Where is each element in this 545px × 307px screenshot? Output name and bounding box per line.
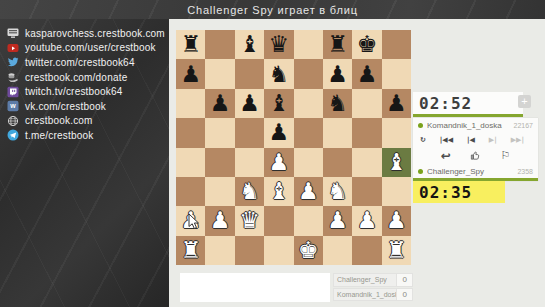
square-d2[interactable] xyxy=(264,206,293,235)
square-d5[interactable]: ♟ xyxy=(264,118,293,147)
twitch-icon xyxy=(7,86,19,98)
piece-black-king: ♚ xyxy=(357,33,378,56)
player-bottom-rating: 2358 xyxy=(517,168,533,175)
square-a1[interactable]: ♜ xyxy=(176,236,205,265)
piece-white-pawn: ♟ xyxy=(386,209,407,232)
thumbs-up-icon[interactable] xyxy=(470,146,481,165)
piece-black-pawn: ♟ xyxy=(239,92,260,115)
square-d4[interactable]: ♟ xyxy=(264,148,293,177)
square-g6[interactable] xyxy=(352,89,381,118)
clock-top-time: 02:52 xyxy=(419,94,472,113)
stream-title: Challenger Spy играет в блиц xyxy=(187,4,357,16)
telegram-icon xyxy=(7,129,19,141)
online-dot-icon xyxy=(418,123,423,128)
square-d8[interactable]: ♛ xyxy=(264,30,293,59)
sidebar-link[interactable]: twitter.com/crestbook64 xyxy=(7,55,169,70)
square-e3[interactable]: ♟ xyxy=(294,177,323,206)
sidebar-link-label: twitter.com/crestbook64 xyxy=(25,57,135,68)
square-e8[interactable] xyxy=(294,30,323,59)
player-top-name: Komandnik_1_doska xyxy=(427,121,514,130)
square-b4[interactable] xyxy=(205,148,234,177)
player-row-top: Komandnik_1_doska 22167 xyxy=(413,120,538,131)
square-b1[interactable] xyxy=(205,236,234,265)
social-links-list: kasparovchess.crestbook.comyoutube.com/u… xyxy=(0,19,169,143)
square-g5[interactable] xyxy=(352,118,381,147)
square-d6[interactable]: ♝ xyxy=(264,89,293,118)
sidebar-link-label: t.me/crestbook xyxy=(25,130,93,141)
square-f6[interactable]: ♞ xyxy=(323,89,352,118)
square-e2[interactable] xyxy=(294,206,323,235)
sidebar-link[interactable]: crestbook.com/donate xyxy=(7,70,169,85)
sidebar-link[interactable]: kasparovchess.crestbook.com xyxy=(7,26,169,41)
sidebar-link[interactable]: youtube.com/user/crestbook xyxy=(7,41,169,56)
undo-icon[interactable]: ↩ xyxy=(441,149,451,163)
player-row-bottom: Challenger_Spy 2358 xyxy=(413,166,538,177)
piece-white-rook: ♜ xyxy=(386,239,407,262)
square-f3[interactable]: ♞ xyxy=(323,177,352,206)
flip-board-icon[interactable]: ↻ xyxy=(420,136,426,144)
player-top-rating: 22167 xyxy=(514,122,533,129)
score-row: Challenger_Spy0 xyxy=(333,273,413,287)
square-a4[interactable] xyxy=(176,148,205,177)
square-g2[interactable]: ♟ xyxy=(352,206,381,235)
sidebar-link-label: crestbook.com xyxy=(25,115,93,126)
square-e1[interactable]: ♚ xyxy=(294,236,323,265)
clock-bottom-player-active: 02:35 xyxy=(413,181,505,203)
square-h3[interactable] xyxy=(382,177,411,206)
square-h2[interactable]: ♟ xyxy=(382,206,411,235)
square-g3[interactable] xyxy=(352,177,381,206)
piece-black-pawn: ♟ xyxy=(269,121,290,144)
score-value: 0 xyxy=(397,273,413,287)
piece-white-rook: ♜ xyxy=(180,239,201,262)
piece-white-pawn: ♟ xyxy=(298,180,319,203)
piece-black-rook: ♜ xyxy=(180,33,201,56)
piece-white-bishop: ♝ xyxy=(386,151,407,174)
square-d1[interactable] xyxy=(264,236,293,265)
piece-black-bishop: ♝ xyxy=(269,92,290,115)
mouse-cursor-icon xyxy=(187,213,201,235)
piece-black-pawn: ♟ xyxy=(210,92,231,115)
clock-top-player: 02:52 xyxy=(413,92,523,117)
square-h4[interactable]: ♝ xyxy=(382,148,411,177)
stream-screen: Challenger Spy играет в блиц kasparovche… xyxy=(0,0,545,307)
square-b8[interactable] xyxy=(205,30,234,59)
square-g7[interactable]: ♟ xyxy=(352,59,381,88)
skip-to-start-icon[interactable]: |◀◀ xyxy=(440,136,453,144)
youtube-icon xyxy=(7,42,19,54)
twitter-icon xyxy=(7,56,19,68)
square-c5[interactable] xyxy=(235,118,264,147)
square-g4[interactable] xyxy=(352,148,381,177)
game-panel: Komandnik_1_doska 22167 ↻|◀◀|◀▶|▶▶| ↩ ⚐ … xyxy=(413,118,538,181)
skip-to-end-icon[interactable]: ▶▶| xyxy=(511,136,524,144)
square-b2[interactable]: ♟ xyxy=(205,206,234,235)
vk-icon: w xyxy=(7,100,19,112)
chess-board[interactable]: ♜♝♛♜♚♟♞♟♟♟♟♝♞♟♟♟♝♞♝♟♞♟♟♛♟♟♟♜♚♜ xyxy=(176,30,411,265)
square-b7[interactable] xyxy=(205,59,234,88)
piece-black-pawn: ♟ xyxy=(357,63,378,86)
piece-black-bishop: ♝ xyxy=(239,33,260,56)
score-player-name: Challenger_Spy xyxy=(333,273,397,287)
square-a8[interactable]: ♜ xyxy=(176,30,205,59)
game-actions: ↩ ⚐ xyxy=(413,149,538,163)
piece-black-rook: ♜ xyxy=(327,33,348,56)
square-a6[interactable] xyxy=(176,89,205,118)
square-e4[interactable] xyxy=(294,148,323,177)
online-dot-icon xyxy=(418,169,423,174)
title-bar: Challenger Spy играет в блиц xyxy=(0,0,545,19)
flag-icon[interactable]: ⚐ xyxy=(500,149,510,162)
piece-black-pawn: ♟ xyxy=(386,92,407,115)
square-c1[interactable] xyxy=(235,236,264,265)
square-a5[interactable] xyxy=(176,118,205,147)
square-c3[interactable]: ♞ xyxy=(235,177,264,206)
square-b3[interactable] xyxy=(205,177,234,206)
sidebar-link-label: twitch.tv/crestbook64 xyxy=(25,86,123,97)
square-h8[interactable] xyxy=(382,30,411,59)
piece-white-pawn: ♟ xyxy=(357,209,378,232)
sidebar-link[interactable]: t.me/crestbook xyxy=(7,128,169,143)
square-c2[interactable]: ♛ xyxy=(235,206,264,235)
links-sidebar: kasparovchess.crestbook.comyoutube.com/u… xyxy=(0,19,169,307)
sidebar-link[interactable]: wvk.com/crestbook xyxy=(7,99,169,114)
square-g1[interactable] xyxy=(352,236,381,265)
donate-icon xyxy=(7,71,19,83)
square-e7[interactable] xyxy=(294,59,323,88)
square-a7[interactable]: ♟ xyxy=(176,59,205,88)
score-value: 0 xyxy=(397,288,413,302)
square-d7[interactable]: ♞ xyxy=(264,59,293,88)
add-time-button[interactable]: + xyxy=(518,95,531,108)
square-f7[interactable]: ♟ xyxy=(323,59,352,88)
move-list-panel xyxy=(180,273,330,302)
score-table: Challenger_Spy0Komandnik_1_doska0 xyxy=(333,273,413,302)
score-player-name: Komandnik_1_doska xyxy=(333,288,397,302)
square-h1[interactable]: ♜ xyxy=(382,236,411,265)
piece-black-knight: ♞ xyxy=(327,92,348,115)
square-c4[interactable] xyxy=(235,148,264,177)
square-d3[interactable]: ♝ xyxy=(264,177,293,206)
square-e6[interactable] xyxy=(294,89,323,118)
square-c8[interactable]: ♝ xyxy=(235,30,264,59)
square-a3[interactable] xyxy=(176,177,205,206)
step-forward-icon[interactable]: ▶| xyxy=(489,136,497,144)
piece-white-king: ♚ xyxy=(298,239,319,262)
square-h5[interactable] xyxy=(382,118,411,147)
square-f2[interactable]: ♟ xyxy=(323,206,352,235)
piece-white-queen: ♛ xyxy=(239,209,260,232)
square-f1[interactable] xyxy=(323,236,352,265)
piece-white-pawn: ♟ xyxy=(269,151,290,174)
square-f8[interactable]: ♜ xyxy=(323,30,352,59)
piece-white-knight: ♞ xyxy=(239,180,260,203)
sidebar-link[interactable]: twitch.tv/crestbook64 xyxy=(7,84,169,99)
piece-black-knight: ♞ xyxy=(269,63,290,86)
square-c7[interactable] xyxy=(235,59,264,88)
sidebar-link-label: kasparovchess.crestbook.com xyxy=(25,28,165,39)
square-f4[interactable] xyxy=(323,148,352,177)
piece-white-pawn: ♟ xyxy=(210,209,231,232)
square-e5[interactable] xyxy=(294,118,323,147)
sidebar-link-label: crestbook.com/donate xyxy=(25,72,127,83)
sidebar-link-label: vk.com/crestbook xyxy=(25,101,106,112)
piece-white-pawn: ♟ xyxy=(327,209,348,232)
piece-black-queen: ♛ xyxy=(269,33,290,56)
globe-icon xyxy=(7,115,19,127)
square-g8[interactable]: ♚ xyxy=(352,30,381,59)
monitor-icon xyxy=(7,27,19,39)
square-h6[interactable]: ♟ xyxy=(382,89,411,118)
sidebar-link[interactable]: crestbook.com xyxy=(7,114,169,129)
square-b5[interactable] xyxy=(205,118,234,147)
step-back-icon[interactable]: |◀ xyxy=(467,136,475,144)
square-h7[interactable] xyxy=(382,59,411,88)
square-c6[interactable]: ♟ xyxy=(235,89,264,118)
sidebar-link-label: youtube.com/user/crestbook xyxy=(25,42,156,53)
square-f5[interactable] xyxy=(323,118,352,147)
piece-black-pawn: ♟ xyxy=(180,63,201,86)
svg-text:w: w xyxy=(9,103,16,110)
piece-white-bishop: ♝ xyxy=(269,180,290,203)
score-row: Komandnik_1_doska0 xyxy=(333,288,413,302)
square-b6[interactable]: ♟ xyxy=(205,89,234,118)
piece-black-pawn: ♟ xyxy=(327,63,348,86)
player-bottom-name: Challenger_Spy xyxy=(427,167,517,176)
piece-white-knight: ♞ xyxy=(327,180,348,203)
clock-bottom-time: 02:35 xyxy=(419,183,472,202)
move-navigation: ↻|◀◀|◀▶|▶▶| xyxy=(413,134,538,145)
